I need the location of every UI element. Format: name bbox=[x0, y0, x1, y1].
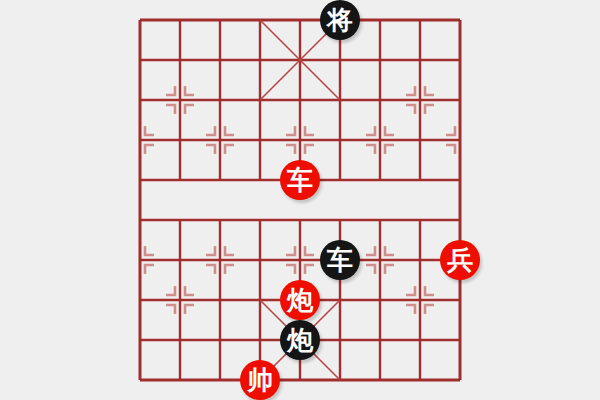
piece-black-cannon[interactable]: 炮 bbox=[280, 320, 320, 360]
piece-red-chariot[interactable]: 车 bbox=[280, 160, 320, 200]
piece-red-soldier[interactable]: 兵 bbox=[440, 240, 480, 280]
xiangqi-board: 将车车兵炮炮帅 bbox=[0, 0, 600, 400]
piece-black-general[interactable]: 将 bbox=[320, 0, 360, 40]
piece-red-general[interactable]: 帅 bbox=[240, 360, 280, 400]
piece-layer: 将车车兵炮炮帅 bbox=[120, 0, 480, 400]
piece-red-cannon[interactable]: 炮 bbox=[280, 280, 320, 320]
piece-black-chariot[interactable]: 车 bbox=[320, 240, 360, 280]
